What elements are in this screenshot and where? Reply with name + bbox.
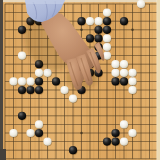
go-board-photo [0, 0, 160, 160]
player-hand [0, 0, 160, 160]
